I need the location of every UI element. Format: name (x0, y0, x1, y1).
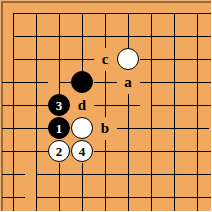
board-point (186, 25, 209, 48)
board-point (140, 140, 163, 163)
board-point (71, 2, 94, 25)
board-point (2, 209, 25, 212)
board-point (2, 140, 25, 163)
board-point (25, 94, 48, 117)
board-point (2, 25, 25, 48)
point-label-c: c (97, 51, 114, 68)
board-point (48, 71, 71, 94)
board-point (209, 2, 212, 25)
board-point (94, 140, 117, 163)
board-point (117, 163, 140, 186)
board-point (94, 94, 117, 117)
board-point (163, 140, 186, 163)
board-point (186, 94, 209, 117)
board-point (209, 209, 212, 212)
white-stone-F17 (117, 48, 139, 70)
board-point (186, 71, 209, 94)
board-point (140, 163, 163, 186)
board-point (117, 140, 140, 163)
board-point (25, 48, 48, 71)
board-point (140, 25, 163, 48)
board-point (71, 163, 94, 186)
stone-move-number: 4 (79, 144, 86, 158)
board-point (163, 71, 186, 94)
board-point (186, 209, 209, 212)
board-point (117, 94, 140, 117)
board-point (186, 186, 209, 209)
board-point (163, 163, 186, 186)
board-point (163, 94, 186, 117)
board-point (25, 209, 48, 212)
go-board-diagram: 3124cadb (0, 0, 211, 211)
board-point (71, 25, 94, 48)
point-label-b: b (97, 120, 114, 137)
black-stone-C15: 3 (48, 94, 70, 116)
stone-move-number: 1 (56, 121, 63, 135)
board-point (163, 117, 186, 140)
stone-move-number: 3 (56, 98, 63, 112)
board-point (140, 2, 163, 25)
board-point (186, 117, 209, 140)
board-point (209, 48, 212, 71)
board-point (94, 163, 117, 186)
board-point (71, 48, 94, 71)
board-point (48, 25, 71, 48)
board-point (94, 209, 117, 212)
board-point (71, 186, 94, 209)
board-point (25, 71, 48, 94)
board-point (186, 163, 209, 186)
board-point (163, 209, 186, 212)
board-point (209, 71, 212, 94)
stone-move-number: 2 (56, 144, 63, 158)
board-point (25, 117, 48, 140)
black-stone-C14: 1 (48, 117, 70, 139)
point-label-d: d (74, 97, 91, 114)
board-point (140, 209, 163, 212)
board-point (140, 48, 163, 71)
black-stone-D16 (71, 71, 93, 93)
board-point (94, 25, 117, 48)
board-point (94, 186, 117, 209)
board-point (48, 209, 71, 212)
board-point (140, 117, 163, 140)
board-point (140, 94, 163, 117)
board-point (25, 186, 48, 209)
board-point (94, 71, 117, 94)
white-stone-D14 (71, 117, 93, 139)
point-label-a: a (120, 74, 137, 91)
board-point (163, 48, 186, 71)
board-point (2, 71, 25, 94)
board-point (209, 94, 212, 117)
board-point (117, 25, 140, 48)
board-point (140, 186, 163, 209)
board-grid: 3124cadb (2, 2, 212, 212)
white-stone-D13: 4 (71, 140, 93, 162)
board-point (209, 117, 212, 140)
board-point (163, 186, 186, 209)
board-point (117, 209, 140, 212)
board-point (163, 25, 186, 48)
board-point (94, 2, 117, 25)
board-point (2, 94, 25, 117)
board-point (2, 117, 25, 140)
board-point (186, 48, 209, 71)
board-point (209, 163, 212, 186)
board-point (2, 2, 25, 25)
board-point (163, 2, 186, 25)
board-point (186, 2, 209, 25)
board-point (209, 25, 212, 48)
board-point (117, 2, 140, 25)
board-point (2, 186, 25, 209)
board-point (25, 163, 48, 186)
board-point (71, 209, 94, 212)
board-point (48, 186, 71, 209)
board-point (2, 163, 25, 186)
board-point (48, 163, 71, 186)
board-point (2, 48, 25, 71)
board-point (25, 2, 48, 25)
board-point (209, 140, 212, 163)
board-point (48, 48, 71, 71)
board-point (186, 140, 209, 163)
board-point (209, 186, 212, 209)
board-point (117, 186, 140, 209)
white-stone-C13: 2 (48, 140, 70, 162)
board-point (25, 25, 48, 48)
board-point (48, 2, 71, 25)
board-point (25, 140, 48, 163)
board-point (140, 71, 163, 94)
board-point (117, 117, 140, 140)
